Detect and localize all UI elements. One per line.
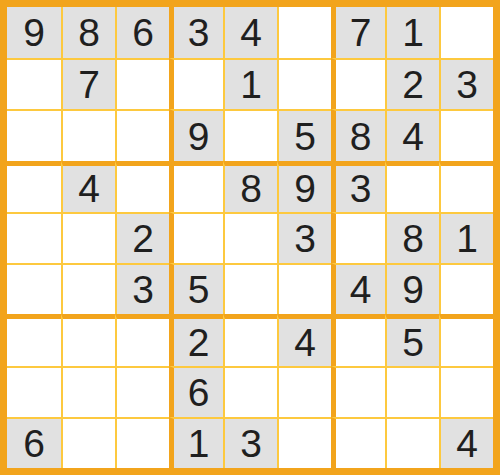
cell-r7c8: 5: [385, 314, 439, 365]
cell-r2c8: 2: [385, 58, 439, 109]
cell-r5c1[interactable]: [7, 212, 61, 263]
cell-r2c3[interactable]: [115, 58, 169, 109]
cell-r3c3[interactable]: [115, 109, 169, 160]
cell-r9c1: 6: [7, 417, 61, 468]
cell-r9c4: 1: [169, 417, 223, 468]
cell-r8c7[interactable]: [331, 366, 385, 417]
cell-r7c1[interactable]: [7, 314, 61, 365]
cell-r6c7: 4: [331, 263, 385, 314]
cell-r4c2: 4: [61, 161, 115, 212]
cell-r6c4: 5: [169, 263, 223, 314]
cell-r8c8[interactable]: [385, 366, 439, 417]
cell-r4c1[interactable]: [7, 161, 61, 212]
cell-r4c5: 8: [223, 161, 277, 212]
cell-r6c8: 9: [385, 263, 439, 314]
cell-r2c7[interactable]: [331, 58, 385, 109]
cell-r4c3[interactable]: [115, 161, 169, 212]
cell-r5c8: 8: [385, 212, 439, 263]
cell-r2c5: 1: [223, 58, 277, 109]
cell-r5c9: 1: [439, 212, 493, 263]
cell-r1c1: 9: [7, 7, 61, 58]
cell-r3c5[interactable]: [223, 109, 277, 160]
cell-r9c6[interactable]: [277, 417, 331, 468]
cell-r9c2[interactable]: [61, 417, 115, 468]
cell-r1c3: 6: [115, 7, 169, 58]
sudoku-board: 98634717123958448932381354924566134: [0, 0, 500, 475]
cell-r8c4: 6: [169, 366, 223, 417]
cell-r9c3[interactable]: [115, 417, 169, 468]
cell-r3c2[interactable]: [61, 109, 115, 160]
cell-r7c9[interactable]: [439, 314, 493, 365]
cell-r1c7: 7: [331, 7, 385, 58]
cell-r2c1[interactable]: [7, 58, 61, 109]
cell-r7c4: 2: [169, 314, 223, 365]
cell-r7c3[interactable]: [115, 314, 169, 365]
cell-r6c5[interactable]: [223, 263, 277, 314]
cell-r8c5[interactable]: [223, 366, 277, 417]
cell-r8c1[interactable]: [7, 366, 61, 417]
cell-r6c2[interactable]: [61, 263, 115, 314]
cell-r4c6: 9: [277, 161, 331, 212]
cell-r5c3: 2: [115, 212, 169, 263]
cell-r2c2: 7: [61, 58, 115, 109]
cell-r6c6[interactable]: [277, 263, 331, 314]
cell-r3c9[interactable]: [439, 109, 493, 160]
cell-r6c9[interactable]: [439, 263, 493, 314]
cell-r7c5[interactable]: [223, 314, 277, 365]
cell-r5c2[interactable]: [61, 212, 115, 263]
cell-r4c4[interactable]: [169, 161, 223, 212]
cell-r1c8: 1: [385, 7, 439, 58]
cell-r9c5: 3: [223, 417, 277, 468]
cell-r3c4: 9: [169, 109, 223, 160]
cell-r4c9[interactable]: [439, 161, 493, 212]
cell-r4c8[interactable]: [385, 161, 439, 212]
cell-r5c4[interactable]: [169, 212, 223, 263]
cell-r2c6[interactable]: [277, 58, 331, 109]
cell-r1c2: 8: [61, 7, 115, 58]
cell-r1c4: 3: [169, 7, 223, 58]
cell-r8c9[interactable]: [439, 366, 493, 417]
cell-r6c1[interactable]: [7, 263, 61, 314]
cell-r2c9: 3: [439, 58, 493, 109]
cell-r4c7: 3: [331, 161, 385, 212]
cell-r7c7[interactable]: [331, 314, 385, 365]
cell-r5c7[interactable]: [331, 212, 385, 263]
cell-r2c4[interactable]: [169, 58, 223, 109]
cell-r3c6: 5: [277, 109, 331, 160]
cell-r9c9: 4: [439, 417, 493, 468]
cell-r1c6[interactable]: [277, 7, 331, 58]
cell-r7c6: 4: [277, 314, 331, 365]
cell-r3c8: 4: [385, 109, 439, 160]
cell-r1c9[interactable]: [439, 7, 493, 58]
cell-r1c5: 4: [223, 7, 277, 58]
cell-r3c7: 8: [331, 109, 385, 160]
cell-r5c6: 3: [277, 212, 331, 263]
cell-r3c1[interactable]: [7, 109, 61, 160]
cell-r8c2[interactable]: [61, 366, 115, 417]
cell-r8c6[interactable]: [277, 366, 331, 417]
cell-r7c2[interactable]: [61, 314, 115, 365]
cell-r6c3: 3: [115, 263, 169, 314]
cell-r8c3[interactable]: [115, 366, 169, 417]
cell-r9c7[interactable]: [331, 417, 385, 468]
cell-r5c5[interactable]: [223, 212, 277, 263]
cell-r9c8[interactable]: [385, 417, 439, 468]
